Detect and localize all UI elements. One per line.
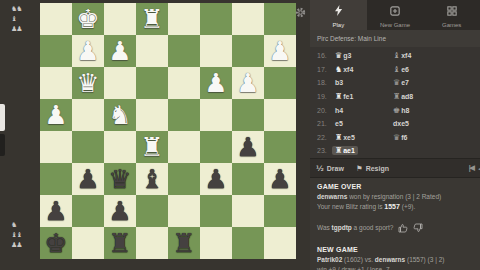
move-number: 22.	[317, 134, 335, 141]
black-piece-icon: ♜	[393, 92, 400, 101]
square-c4[interactable]	[200, 99, 232, 131]
white-pawn[interactable]: ♟	[108, 35, 131, 67]
square-g2[interactable]: ♟	[72, 35, 104, 67]
captured-row: ♝	[11, 14, 31, 24]
move-text: xf4	[401, 52, 411, 59]
new-game-block: NEW GAME Patrik02 (1602) vs. denwarns (1…	[317, 246, 473, 270]
move-text: e6	[401, 66, 409, 73]
black-clock-stub	[0, 134, 5, 156]
white-clock-stub	[0, 104, 5, 131]
square-b6[interactable]	[232, 163, 264, 195]
square-g1[interactable]: ♚	[72, 3, 104, 35]
good-sport-question: Was tgpdtp a good sport?	[317, 224, 393, 232]
side-panel: Play New Game Games Pirc Defense: Main L…	[310, 0, 480, 270]
captured-row: ♞♞	[11, 4, 31, 14]
square-e7[interactable]	[136, 195, 168, 227]
square-e2[interactable]	[136, 35, 168, 67]
white-knight[interactable]: ♞	[108, 99, 131, 131]
new-game-title: NEW GAME	[317, 246, 473, 253]
square-g7[interactable]	[72, 195, 104, 227]
move-text: ae1	[343, 147, 355, 154]
thumbs-down-icon[interactable]	[413, 219, 423, 237]
move-text: h8	[401, 107, 409, 114]
square-a6[interactable]: ♟	[264, 163, 296, 195]
move-number: 16.	[317, 52, 335, 59]
square-b7[interactable]	[232, 195, 264, 227]
rating-prefix: Your new Blitz rating is	[317, 203, 384, 210]
app-window: ♞♞♝♟♟ ♞♝♝♟♟ ♚♜♟♟♟♛♟♟♟♞♜♟♟♛♝♟♟♟♟♚♜♜ Play …	[0, 0, 480, 270]
move-text: fe1	[343, 93, 353, 100]
white-piece-icon: ♜	[335, 133, 342, 142]
move-number: 17.	[317, 66, 335, 73]
square-h1[interactable]	[40, 3, 72, 35]
opening-name: Pirc Defense: Main Line	[310, 30, 480, 47]
resign-button[interactable]: ⚑ Resign	[356, 164, 389, 173]
tab-play[interactable]: Play	[310, 0, 367, 30]
black-piece-icon: ♛	[393, 133, 400, 142]
move-text: e5	[335, 120, 343, 127]
square-d5[interactable]	[168, 131, 200, 163]
square-h5[interactable]	[40, 131, 72, 163]
square-h3[interactable]	[40, 67, 72, 99]
square-g5[interactable]	[72, 131, 104, 163]
square-d1[interactable]	[168, 3, 200, 35]
black-move[interactable]: ♝e6	[393, 65, 480, 74]
square-g3[interactable]: ♛	[72, 67, 104, 99]
square-f7[interactable]: ♟	[104, 195, 136, 227]
black-queen[interactable]: ♛	[108, 163, 131, 195]
good-sport-row: Was tgpdtp a good sport?	[317, 219, 473, 237]
move-text: dxe5	[393, 120, 409, 127]
move-list[interactable]: 16.♛g3♝xf417.♞xf4♝e618.b3♛e719.♜fe1♜ad82…	[310, 47, 480, 158]
square-e5[interactable]: ♜	[136, 131, 168, 163]
black-pawn[interactable]: ♟	[236, 131, 259, 163]
square-b3[interactable]: ♟	[232, 67, 264, 99]
black-piece-icon: ♝	[393, 65, 400, 74]
plus-square-icon	[390, 2, 400, 20]
tab-new-game[interactable]: New Game	[367, 0, 424, 30]
opponent-name: tgpdtp	[332, 224, 352, 231]
new-rating: 1557	[384, 203, 400, 210]
square-b1[interactable]	[232, 3, 264, 35]
rating-line: Your new Blitz rating is 1557 (+9).	[317, 203, 473, 211]
move-text: e7	[401, 79, 409, 86]
white-piece-icon: ♛	[335, 51, 342, 60]
square-b8[interactable]	[232, 227, 264, 259]
skip-to-start-button[interactable]: |◀	[469, 164, 474, 172]
move-number: 18.	[317, 79, 335, 86]
white-piece-icon: ♜	[335, 92, 342, 101]
square-h7[interactable]: ♟	[40, 195, 72, 227]
square-d2[interactable]	[168, 35, 200, 67]
square-c1[interactable]	[200, 3, 232, 35]
square-c5[interactable]	[200, 131, 232, 163]
result-text: won by resignation (3 | 2 Rated)	[347, 193, 441, 200]
captured-pieces-bottom: ♞♝♝♟♟	[11, 220, 31, 250]
captured-row: ♝♝	[11, 230, 31, 240]
white-pawn[interactable]: ♟	[44, 99, 67, 131]
black-pawn[interactable]: ♟	[44, 195, 67, 227]
square-c3[interactable]: ♟	[200, 67, 232, 99]
thumbs-up-icon[interactable]	[398, 219, 408, 237]
white-move[interactable]: ♜fe1	[335, 92, 393, 101]
captured-pieces-top: ♞♞♝♟♟	[11, 4, 31, 34]
white-move[interactable]: ♞xf4	[335, 65, 393, 74]
player2-name: denwarns	[375, 256, 405, 263]
move-number: 19.	[317, 93, 335, 100]
square-c8[interactable]	[200, 227, 232, 259]
black-rook[interactable]: ♜	[172, 227, 195, 259]
square-e6[interactable]: ♝	[136, 163, 168, 195]
move-number: 20.	[317, 107, 335, 114]
black-move[interactable]: ♜ad8	[393, 92, 480, 101]
tab-new-game-label: New Game	[380, 22, 410, 28]
tab-games[interactable]: Games	[423, 0, 480, 30]
black-pawn[interactable]: ♟	[268, 163, 291, 195]
move-text: h4	[335, 107, 343, 114]
square-a7[interactable]	[264, 195, 296, 227]
game-controls: ½ Draw ⚑ Resign |◀ ◀	[310, 158, 480, 178]
square-b4[interactable]	[232, 99, 264, 131]
gear-icon[interactable]	[295, 4, 306, 15]
move-row: 19.♜fe1♜ad8	[317, 90, 480, 104]
grid-icon	[447, 2, 457, 20]
black-rook[interactable]: ♜	[108, 227, 131, 259]
black-move[interactable]: ♛e7	[393, 78, 480, 87]
white-move[interactable]: h4	[335, 107, 393, 114]
captured-row: ♟♟	[11, 24, 31, 34]
square-d8[interactable]: ♜	[168, 227, 200, 259]
square-f2[interactable]: ♟	[104, 35, 136, 67]
move-number: 21.	[317, 120, 335, 127]
white-pawn[interactable]: ♟	[76, 35, 99, 67]
white-piece-icon: ♜	[335, 146, 342, 155]
white-pawn[interactable]: ♟	[236, 67, 259, 99]
white-move[interactable]: e5	[335, 120, 393, 127]
move-row: 21.e5dxe5	[317, 117, 480, 131]
square-a2[interactable]: ♟	[264, 35, 296, 67]
square-a5[interactable]	[264, 131, 296, 163]
square-f3[interactable]	[104, 67, 136, 99]
white-rook[interactable]: ♜	[140, 131, 163, 163]
square-h4[interactable]: ♟	[40, 99, 72, 131]
square-f6[interactable]: ♛	[104, 163, 136, 195]
black-move[interactable]: ♚h8	[393, 106, 480, 115]
square-c7[interactable]	[200, 195, 232, 227]
move-text: b3	[335, 79, 343, 86]
square-b5[interactable]: ♟	[232, 131, 264, 163]
square-g4[interactable]	[72, 99, 104, 131]
square-f8[interactable]: ♜	[104, 227, 136, 259]
square-g8[interactable]	[72, 227, 104, 259]
white-pawn[interactable]: ♟	[204, 67, 227, 99]
square-e1[interactable]: ♜	[136, 3, 168, 35]
move-row: 22.♜xe5♛f6	[317, 131, 480, 145]
black-bishop[interactable]: ♝	[140, 163, 163, 195]
square-e8[interactable]	[136, 227, 168, 259]
white-move[interactable]: ♛g3	[335, 51, 393, 60]
black-pawn[interactable]: ♟	[204, 163, 227, 195]
square-a3[interactable]	[264, 67, 296, 99]
black-piece-icon: ♚	[393, 106, 400, 115]
square-f4[interactable]: ♞	[104, 99, 136, 131]
move-text: xe5	[343, 134, 355, 141]
white-piece-icon: ♞	[335, 65, 342, 74]
square-h6[interactable]	[40, 163, 72, 195]
square-d7[interactable]	[168, 195, 200, 227]
captured-row: ♞	[11, 220, 31, 230]
move-text: f6	[401, 134, 407, 141]
square-e3[interactable]	[136, 67, 168, 99]
draw-label: Draw	[327, 165, 344, 172]
black-move[interactable]: dxe5	[393, 120, 480, 127]
tab-bar: Play New Game Games	[310, 0, 480, 30]
move-row: 16.♛g3♝xf4	[317, 49, 480, 63]
square-d6[interactable]	[168, 163, 200, 195]
square-c2[interactable]	[200, 35, 232, 67]
white-queen[interactable]: ♛	[76, 67, 99, 99]
rating-delta: (+9).	[400, 203, 415, 210]
square-a8[interactable]	[264, 227, 296, 259]
white-move[interactable]: ♜ae1	[335, 146, 393, 155]
pairing-line: Patrik02 (1602) vs. denwarns (1557) (3 |…	[317, 256, 473, 264]
move-row: 20.h4♚h8	[317, 103, 480, 117]
captured-row: ♟♟	[11, 240, 31, 250]
white-pawn[interactable]: ♟	[268, 35, 291, 67]
move-row: 23.♜ae1	[317, 144, 480, 158]
white-move[interactable]: b3	[335, 79, 393, 86]
move-text: xf4	[343, 66, 353, 73]
move-text: ad8	[401, 93, 413, 100]
move-row: 18.b3♛e7	[317, 76, 480, 90]
white-rook[interactable]: ♜	[140, 3, 163, 35]
square-f1[interactable]	[104, 3, 136, 35]
black-move[interactable]: ♛f6	[393, 133, 480, 142]
square-b2[interactable]	[232, 35, 264, 67]
chess-board[interactable]: ♚♜♟♟♟♛♟♟♟♞♜♟♟♛♝♟♟♟♟♚♜♜	[40, 3, 296, 259]
player1-name: Patrik02	[317, 256, 342, 263]
tab-play-label: Play	[333, 22, 345, 28]
black-king[interactable]: ♚	[44, 227, 67, 259]
white-move[interactable]: ♜xe5	[335, 133, 393, 142]
tab-games-label: Games	[442, 22, 461, 28]
odds-line: win +9 / draw +1 / lose -7	[317, 266, 473, 270]
move-text: g3	[343, 52, 351, 59]
black-pawn[interactable]: ♟	[108, 195, 131, 227]
resign-label: Resign	[366, 165, 389, 172]
winner-name: denwarns	[317, 193, 347, 200]
square-a1[interactable]	[264, 3, 296, 35]
black-pawn[interactable]: ♟	[76, 163, 99, 195]
half-point-icon: ½	[316, 164, 324, 173]
square-a4[interactable]	[264, 99, 296, 131]
flag-icon: ⚑	[356, 164, 363, 173]
square-c6[interactable]: ♟	[200, 163, 232, 195]
black-piece-icon: ♝	[393, 51, 400, 60]
square-d4[interactable]	[168, 99, 200, 131]
bolt-icon	[334, 2, 343, 20]
square-h8[interactable]: ♚	[40, 227, 72, 259]
result-line: denwarns won by resignation (3 | 2 Rated…	[317, 193, 473, 201]
game-over-title: GAME OVER	[317, 183, 473, 190]
square-d3[interactable]	[168, 67, 200, 99]
black-piece-icon: ♛	[393, 78, 400, 87]
square-h2[interactable]	[40, 35, 72, 67]
black-move[interactable]: ♝xf4	[393, 51, 480, 60]
draw-button[interactable]: ½ Draw	[316, 164, 344, 173]
white-king[interactable]: ♚	[76, 3, 99, 35]
square-g6[interactable]: ♟	[72, 163, 104, 195]
move-row: 17.♞xf4♝e6	[317, 63, 480, 77]
square-e4[interactable]	[136, 99, 168, 131]
square-f5[interactable]	[104, 131, 136, 163]
info-pane: GAME OVER denwarns won by resignation (3…	[310, 178, 480, 270]
